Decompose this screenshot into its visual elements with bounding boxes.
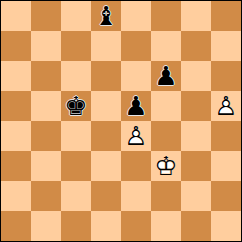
square-c7[interactable] bbox=[61, 31, 91, 61]
square-d2[interactable] bbox=[91, 181, 121, 211]
square-f3[interactable]: ♚♔ bbox=[151, 151, 181, 181]
square-e4[interactable]: ♟♙ bbox=[121, 121, 151, 151]
square-d3[interactable] bbox=[91, 151, 121, 181]
square-a1[interactable] bbox=[1, 211, 31, 241]
square-c4[interactable] bbox=[61, 121, 91, 151]
square-h2[interactable] bbox=[211, 181, 241, 211]
square-b8[interactable] bbox=[31, 1, 61, 31]
square-c6[interactable] bbox=[61, 61, 91, 91]
square-a5[interactable] bbox=[1, 91, 31, 121]
square-h3[interactable] bbox=[211, 151, 241, 181]
square-d6[interactable] bbox=[91, 61, 121, 91]
square-f8[interactable] bbox=[151, 1, 181, 31]
black-pawn-piece[interactable]: ♟ bbox=[121, 91, 151, 121]
square-h1[interactable] bbox=[211, 211, 241, 241]
square-f1[interactable] bbox=[151, 211, 181, 241]
square-f6[interactable]: ♟ bbox=[151, 61, 181, 91]
square-e6[interactable] bbox=[121, 61, 151, 91]
square-c3[interactable] bbox=[61, 151, 91, 181]
square-f7[interactable] bbox=[151, 31, 181, 61]
white-pawn-piece[interactable]: ♟♙ bbox=[121, 121, 151, 151]
square-h5[interactable]: ♟♙ bbox=[211, 91, 241, 121]
square-g1[interactable] bbox=[181, 211, 211, 241]
square-e8[interactable] bbox=[121, 1, 151, 31]
square-h7[interactable] bbox=[211, 31, 241, 61]
square-b3[interactable] bbox=[31, 151, 61, 181]
square-a7[interactable] bbox=[1, 31, 31, 61]
white-king-outline-glyph: ♔ bbox=[151, 151, 181, 181]
square-g4[interactable] bbox=[181, 121, 211, 151]
square-h6[interactable] bbox=[211, 61, 241, 91]
square-a8[interactable] bbox=[1, 1, 31, 31]
square-a2[interactable] bbox=[1, 181, 31, 211]
white-pawn-outline-glyph: ♙ bbox=[211, 91, 241, 121]
square-b4[interactable] bbox=[31, 121, 61, 151]
square-c2[interactable] bbox=[61, 181, 91, 211]
black-king-piece[interactable]: ♚ bbox=[61, 91, 91, 121]
square-d8[interactable]: ♝ bbox=[91, 1, 121, 31]
square-d7[interactable] bbox=[91, 31, 121, 61]
square-e7[interactable] bbox=[121, 31, 151, 61]
square-g2[interactable] bbox=[181, 181, 211, 211]
square-e3[interactable] bbox=[121, 151, 151, 181]
square-b1[interactable] bbox=[31, 211, 61, 241]
square-f2[interactable] bbox=[151, 181, 181, 211]
square-g5[interactable] bbox=[181, 91, 211, 121]
square-e2[interactable] bbox=[121, 181, 151, 211]
square-c1[interactable] bbox=[61, 211, 91, 241]
square-f4[interactable] bbox=[151, 121, 181, 151]
square-g6[interactable] bbox=[181, 61, 211, 91]
square-f5[interactable] bbox=[151, 91, 181, 121]
square-b2[interactable] bbox=[31, 181, 61, 211]
square-a6[interactable] bbox=[1, 61, 31, 91]
square-c5[interactable]: ♚ bbox=[61, 91, 91, 121]
square-e1[interactable] bbox=[121, 211, 151, 241]
square-h4[interactable] bbox=[211, 121, 241, 151]
square-d1[interactable] bbox=[91, 211, 121, 241]
square-a4[interactable] bbox=[1, 121, 31, 151]
square-g3[interactable] bbox=[181, 151, 211, 181]
square-g8[interactable] bbox=[181, 1, 211, 31]
square-b6[interactable] bbox=[31, 61, 61, 91]
square-e5[interactable]: ♟ bbox=[121, 91, 151, 121]
white-pawn-outline-glyph: ♙ bbox=[121, 121, 151, 151]
square-b5[interactable] bbox=[31, 91, 61, 121]
square-g7[interactable] bbox=[181, 31, 211, 61]
square-b7[interactable] bbox=[31, 31, 61, 61]
black-pawn-piece[interactable]: ♟ bbox=[151, 61, 181, 91]
square-c8[interactable] bbox=[61, 1, 91, 31]
black-bishop-piece[interactable]: ♝ bbox=[91, 1, 121, 31]
white-pawn-piece[interactable]: ♟♙ bbox=[211, 91, 241, 121]
square-a3[interactable] bbox=[1, 151, 31, 181]
square-d4[interactable] bbox=[91, 121, 121, 151]
square-d5[interactable] bbox=[91, 91, 121, 121]
white-king-piece[interactable]: ♚♔ bbox=[151, 151, 181, 181]
square-h8[interactable] bbox=[211, 1, 241, 31]
chess-board: ♝♟♚♟♟♙♟♙♚♔ bbox=[0, 0, 242, 242]
